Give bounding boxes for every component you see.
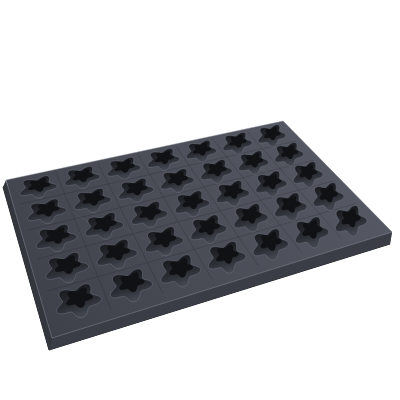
baking-tray-photo <box>0 0 400 400</box>
product-photo-stage <box>0 0 400 400</box>
